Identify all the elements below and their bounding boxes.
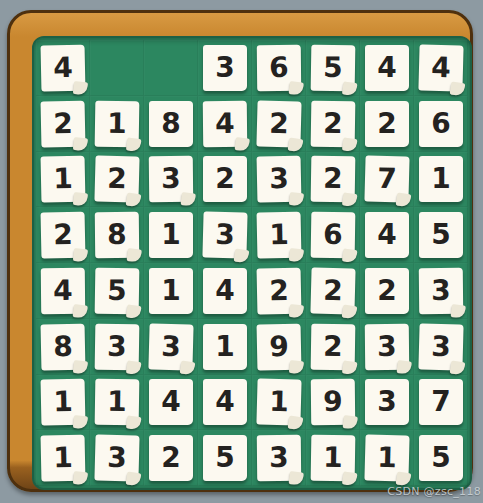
cell-r8c6: 1 xyxy=(306,430,360,486)
cell-r3c2: 2 xyxy=(90,152,144,208)
cell-r8c1: 1 xyxy=(36,430,90,486)
cell-r2c4: 4 xyxy=(198,96,252,152)
tile-r5c5[interactable]: 2 xyxy=(257,267,302,314)
cell-r8c2: 3 xyxy=(90,430,144,486)
tile-r8c7[interactable]: 1 xyxy=(364,435,409,482)
cell-r1c1: 4 xyxy=(36,40,90,96)
cell-r2c6: 2 xyxy=(306,96,360,152)
tile-r2c5[interactable]: 2 xyxy=(256,100,301,147)
cell-r7c7: 3 xyxy=(360,375,414,431)
cell-r1c5: 6 xyxy=(252,40,306,96)
board-grid: 4365442184222612323271281316454514222383… xyxy=(36,40,468,486)
cell-r5c5: 2 xyxy=(252,263,306,319)
cell-r5c3: 1 xyxy=(144,263,198,319)
tile-r7c5[interactable]: 1 xyxy=(256,379,301,426)
tile-r2c7[interactable]: 2 xyxy=(365,101,409,147)
cell-r2c5: 2 xyxy=(252,96,306,152)
cell-r7c1: 1 xyxy=(36,375,90,431)
tile-r3c1[interactable]: 1 xyxy=(41,156,86,203)
cell-r4c1: 2 xyxy=(36,207,90,263)
cell-r4c2: 8 xyxy=(90,207,144,263)
cell-r7c2: 1 xyxy=(90,375,144,431)
cell-r5c1: 4 xyxy=(36,263,90,319)
cell-r1c2 xyxy=(90,40,144,96)
game-screen: 4365442184222612323271281316454514222383… xyxy=(0,0,483,503)
cell-r2c7: 2 xyxy=(360,96,414,152)
tile-r1c4[interactable]: 3 xyxy=(203,45,247,91)
cell-r5c8: 3 xyxy=(414,263,468,319)
tile-r3c3[interactable]: 3 xyxy=(149,156,193,202)
tile-r7c3[interactable]: 4 xyxy=(149,379,193,425)
tile-r5c2[interactable]: 5 xyxy=(95,268,140,315)
cell-r6c8: 3 xyxy=(414,319,468,375)
cell-r5c2: 5 xyxy=(90,263,144,319)
tile-r3c4[interactable]: 2 xyxy=(203,156,247,202)
tile-r6c8[interactable]: 3 xyxy=(418,323,463,370)
tile-r7c2[interactable]: 1 xyxy=(95,379,140,426)
tile-r6c2[interactable]: 3 xyxy=(95,323,140,370)
tile-r5c7[interactable]: 2 xyxy=(365,268,409,314)
tile-r3c2[interactable]: 2 xyxy=(94,156,139,203)
cell-r3c5: 3 xyxy=(252,152,306,208)
cell-r4c8: 5 xyxy=(414,207,468,263)
cell-r8c7: 1 xyxy=(360,430,414,486)
board-frame: 4365442184222612323271281316454514222383… xyxy=(7,10,473,492)
cell-r1c8: 4 xyxy=(414,40,468,96)
cell-r5c6: 2 xyxy=(306,263,360,319)
cell-r6c7: 3 xyxy=(360,319,414,375)
tile-r3c8[interactable]: 1 xyxy=(419,156,463,202)
tile-r8c6[interactable]: 1 xyxy=(311,435,356,482)
tile-r3c6[interactable]: 2 xyxy=(311,156,356,203)
tile-r8c4[interactable]: 5 xyxy=(203,435,247,481)
tile-r6c1[interactable]: 8 xyxy=(41,323,86,370)
tile-r6c6[interactable]: 2 xyxy=(311,323,356,370)
cell-r3c8: 1 xyxy=(414,152,468,208)
cell-r1c4: 3 xyxy=(198,40,252,96)
cell-r2c1: 2 xyxy=(36,96,90,152)
cell-r6c3: 3 xyxy=(144,319,198,375)
cell-r4c4: 3 xyxy=(198,207,252,263)
tile-r5c1[interactable]: 4 xyxy=(41,268,85,314)
cell-r5c4: 4 xyxy=(198,263,252,319)
tile-r7c4[interactable]: 4 xyxy=(203,379,247,425)
tile-r6c7[interactable]: 3 xyxy=(365,323,409,369)
cell-r7c3: 4 xyxy=(144,375,198,431)
tile-r4c3[interactable]: 1 xyxy=(149,212,193,258)
cell-r1c7: 4 xyxy=(360,40,414,96)
tile-r2c1[interactable]: 2 xyxy=(41,100,86,147)
tile-r7c8[interactable]: 7 xyxy=(419,379,463,425)
tile-r7c6[interactable]: 9 xyxy=(311,379,355,425)
tile-r6c4[interactable]: 1 xyxy=(203,324,247,370)
tile-r3c7[interactable]: 7 xyxy=(364,156,409,203)
tile-r1c8[interactable]: 4 xyxy=(418,44,463,91)
tile-r8c3[interactable]: 2 xyxy=(149,435,193,481)
tile-r8c1[interactable]: 1 xyxy=(41,435,86,482)
tile-r4c4[interactable]: 3 xyxy=(202,212,247,259)
cell-r7c8: 7 xyxy=(414,375,468,431)
cell-r8c3: 2 xyxy=(144,430,198,486)
tile-r2c3[interactable]: 8 xyxy=(149,101,193,147)
cell-r8c8: 5 xyxy=(414,430,468,486)
cell-r3c1: 1 xyxy=(36,152,90,208)
tile-r2c4[interactable]: 4 xyxy=(203,100,247,146)
cell-r8c4: 5 xyxy=(198,430,252,486)
cell-r6c2: 3 xyxy=(90,319,144,375)
game-board: 4365442184222612323271281316454514222383… xyxy=(32,36,472,490)
cell-r6c6: 2 xyxy=(306,319,360,375)
tile-r2c6[interactable]: 2 xyxy=(311,100,356,147)
tile-r7c7[interactable]: 3 xyxy=(365,379,409,425)
cell-r7c6: 9 xyxy=(306,375,360,431)
tile-r7c1[interactable]: 1 xyxy=(41,379,86,426)
tile-r5c4[interactable]: 4 xyxy=(203,268,247,314)
tile-r5c3[interactable]: 1 xyxy=(149,268,193,314)
cell-r3c3: 3 xyxy=(144,152,198,208)
cell-r2c3: 8 xyxy=(144,96,198,152)
cell-r1c6: 5 xyxy=(306,40,360,96)
cell-r2c2: 1 xyxy=(90,96,144,152)
tile-r4c2[interactable]: 8 xyxy=(95,212,139,258)
cell-r3c7: 7 xyxy=(360,152,414,208)
tile-r8c5[interactable]: 3 xyxy=(257,435,301,481)
cell-r6c5: 9 xyxy=(252,319,306,375)
cell-r4c6: 6 xyxy=(306,207,360,263)
cell-r4c3: 1 xyxy=(144,207,198,263)
cell-r7c5: 1 xyxy=(252,375,306,431)
tile-r8c2[interactable]: 3 xyxy=(94,435,139,482)
tile-r2c2[interactable]: 1 xyxy=(95,100,140,147)
cell-r8c5: 3 xyxy=(252,430,306,486)
tile-r5c8[interactable]: 3 xyxy=(419,268,463,314)
tile-r3c5[interactable]: 3 xyxy=(257,156,302,203)
tile-r2c8[interactable]: 6 xyxy=(419,101,463,147)
cell-r3c4: 2 xyxy=(198,152,252,208)
tile-r6c3[interactable]: 3 xyxy=(148,323,193,370)
cell-r3c6: 2 xyxy=(306,152,360,208)
cell-r6c1: 8 xyxy=(36,319,90,375)
cell-r7c4: 4 xyxy=(198,375,252,431)
tile-r1c5[interactable]: 6 xyxy=(257,45,301,91)
tile-r1c1[interactable]: 4 xyxy=(41,44,86,91)
tile-r5c6[interactable]: 2 xyxy=(310,267,355,314)
cell-r5c7: 2 xyxy=(360,263,414,319)
tile-r4c7[interactable]: 4 xyxy=(365,212,409,258)
cell-r1c3 xyxy=(144,40,198,96)
cell-r4c7: 4 xyxy=(360,207,414,263)
tile-r6c5[interactable]: 9 xyxy=(257,323,302,370)
tile-r4c8[interactable]: 5 xyxy=(419,212,463,258)
tile-r8c8[interactable]: 5 xyxy=(419,435,463,481)
cell-r4c5: 1 xyxy=(252,207,306,263)
tile-r4c6[interactable]: 6 xyxy=(311,212,356,259)
tile-r1c6[interactable]: 5 xyxy=(311,45,356,92)
tile-r4c5[interactable]: 1 xyxy=(257,212,302,259)
cell-r6c4: 1 xyxy=(198,319,252,375)
tile-r1c7[interactable]: 4 xyxy=(365,45,409,91)
tile-r4c1[interactable]: 2 xyxy=(41,212,86,259)
watermark: CSDN @zsc_118 xyxy=(387,485,481,498)
cell-r2c8: 6 xyxy=(414,96,468,152)
